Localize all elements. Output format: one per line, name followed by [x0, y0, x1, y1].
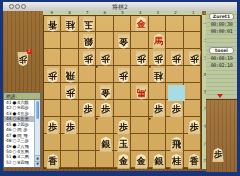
square-31[interactable]: [149, 16, 166, 33]
square-12[interactable]: [184, 32, 201, 49]
square-95[interactable]: [44, 83, 61, 100]
square-79[interactable]: [79, 151, 96, 168]
square-61[interactable]: [96, 16, 113, 33]
square-51[interactable]: [114, 16, 131, 33]
square-38[interactable]: [149, 134, 166, 151]
shogi-app-window: 将棋2 987654321 一二三四五六七八九 香桂玉金銀金馬歩歩歩歩歩歩歩飛歩…: [0, 0, 240, 176]
square-48[interactable]: [131, 134, 148, 151]
square-78[interactable]: [79, 134, 96, 151]
square-92[interactable]: [44, 32, 61, 49]
square-44[interactable]: [131, 66, 148, 83]
square-47[interactable]: [131, 117, 148, 134]
square-86[interactable]: [61, 100, 78, 117]
square-22[interactable]: [166, 32, 183, 49]
square-64[interactable]: [96, 66, 113, 83]
square-11[interactable]: [184, 16, 201, 33]
square-37[interactable]: [149, 117, 166, 134]
square-14[interactable]: [184, 66, 201, 83]
gote-clock-main: 00:00:30: [209, 21, 234, 27]
square-89[interactable]: [61, 151, 78, 168]
sente-hand-歩[interactable]: 歩: [212, 148, 224, 162]
move-list-scrollbar[interactable]: ▲ ▼: [34, 100, 40, 167]
move-list: 41●4六銀42○9四歩43●4五歩44○6五金45●2四歩46○同 歩47●同…: [4, 100, 35, 167]
gote-hand-count-badge: 2: [27, 49, 32, 54]
square-46[interactable]: [131, 100, 148, 117]
scroll-down-icon[interactable]: ▼: [35, 161, 40, 167]
square-35[interactable]: [149, 83, 166, 100]
square-62[interactable]: [96, 32, 113, 49]
square-75[interactable]: [79, 83, 96, 100]
square-56[interactable]: [114, 100, 131, 117]
square-21[interactable]: [166, 16, 183, 33]
square-42[interactable]: [131, 32, 148, 49]
clock-panel: Zuret1 00:00:30 00:00:01 tosei 00:08:19 …: [206, 11, 237, 99]
gote-clock-sub: 00:00:01: [209, 28, 234, 34]
square-82[interactable]: [61, 32, 78, 49]
square-93[interactable]: [44, 49, 61, 66]
turn-indicator-icon: [217, 94, 223, 98]
sente-clock-main: 00:08:19: [209, 55, 234, 61]
move-row-52[interactable]: 52○8四飛: [4, 160, 35, 165]
square-16[interactable]: [184, 100, 201, 117]
square-27[interactable]: [166, 117, 183, 134]
move-text: 8四飛: [17, 160, 29, 165]
gote-hand-歩[interactable]: 歩: [17, 52, 29, 66]
sente-clock-sub: 00:02:10: [209, 62, 234, 68]
scrollbar-thumb[interactable]: [36, 101, 40, 119]
sente-name-plate: tosei: [209, 47, 234, 54]
square-69[interactable]: [96, 151, 113, 168]
move-list-header: 棋譜:: [4, 93, 40, 100]
square-88[interactable]: [61, 134, 78, 151]
highlighted-square[interactable]: [168, 85, 184, 101]
square-96[interactable]: [44, 100, 61, 117]
square-15[interactable]: [184, 83, 201, 100]
move-list-panel: 棋譜: 41●4六銀42○9四歩43●4五歩44○6五金45●2四歩46○同 歩…: [3, 92, 41, 168]
square-24[interactable]: [166, 66, 183, 83]
window-title: 将棋2: [3, 3, 237, 11]
square-83[interactable]: [61, 49, 78, 66]
square-67[interactable]: [96, 117, 113, 134]
square-77[interactable]: [79, 117, 96, 134]
square-98[interactable]: [44, 134, 61, 151]
window-content: 987654321 一二三四五六七八九 香桂玉金銀金馬歩歩歩歩歩歩歩飛歩桂歩金馬…: [3, 11, 237, 171]
square-53[interactable]: [114, 49, 131, 66]
move-number: 52: [6, 160, 12, 165]
sente-captured-stand: 歩: [206, 99, 237, 172]
square-55[interactable]: [114, 83, 131, 100]
square-18[interactable]: [184, 134, 201, 151]
gote-name-plate: Zuret1: [209, 13, 234, 20]
move-side-mark: ○: [13, 160, 17, 165]
shogi-board: 香桂玉金銀金馬歩歩歩歩歩歩歩飛歩桂歩金馬歩歩歩歩歩歩歩歩銀玉飛香金金銀桂香: [43, 15, 202, 170]
square-74[interactable]: [79, 66, 96, 83]
